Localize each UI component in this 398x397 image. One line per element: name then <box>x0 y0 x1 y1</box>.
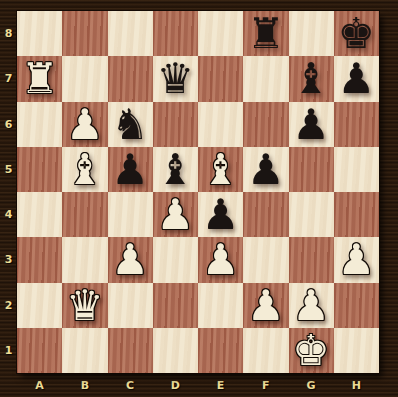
square-c1[interactable] <box>108 328 153 373</box>
file-label-h: H <box>334 373 379 397</box>
square-h7[interactable]: ♟ <box>334 56 379 101</box>
square-a7[interactable]: ♜ <box>17 56 62 101</box>
square-f2[interactable]: ♟ <box>243 283 288 328</box>
chess-board: ♜♚♜♛♝♟♟♞♟♝♟♝♝♟♟♟♟♟♟♛♟♟♚ <box>17 11 379 373</box>
square-e1[interactable] <box>198 328 243 373</box>
rank-label-4: 4 <box>0 192 17 237</box>
square-f6[interactable] <box>243 102 288 147</box>
black-pawn-f5[interactable]: ♟ <box>247 147 285 192</box>
square-h4[interactable] <box>334 192 379 237</box>
square-b7[interactable] <box>62 56 107 101</box>
black-bishop-g7[interactable]: ♝ <box>292 56 330 101</box>
square-h8[interactable]: ♚ <box>334 11 379 56</box>
file-label-f: F <box>243 373 288 397</box>
rank-label-8: 8 <box>0 11 17 56</box>
rank-label-1: 1 <box>0 328 17 373</box>
square-h2[interactable] <box>334 283 379 328</box>
black-pawn-c5[interactable]: ♟ <box>111 147 149 192</box>
white-pawn-h3[interactable]: ♟ <box>338 237 376 282</box>
square-g8[interactable] <box>289 11 334 56</box>
square-c2[interactable] <box>108 283 153 328</box>
white-pawn-d4[interactable]: ♟ <box>157 192 195 237</box>
white-bishop-b5[interactable]: ♝ <box>66 147 104 192</box>
white-pawn-b6[interactable]: ♟ <box>66 102 104 147</box>
square-f1[interactable] <box>243 328 288 373</box>
square-h5[interactable] <box>334 147 379 192</box>
square-f7[interactable] <box>243 56 288 101</box>
file-label-c: C <box>108 373 153 397</box>
white-king-g1[interactable]: ♚ <box>292 328 330 373</box>
square-b8[interactable] <box>62 11 107 56</box>
black-king-h8[interactable]: ♚ <box>338 11 376 56</box>
rank-labels: 87654321 <box>0 11 17 373</box>
square-d3[interactable] <box>153 237 198 282</box>
square-a2[interactable] <box>17 283 62 328</box>
square-g2[interactable]: ♟ <box>289 283 334 328</box>
square-a1[interactable] <box>17 328 62 373</box>
square-e2[interactable] <box>198 283 243 328</box>
square-f3[interactable] <box>243 237 288 282</box>
black-knight-c6[interactable]: ♞ <box>111 102 149 147</box>
square-e8[interactable] <box>198 11 243 56</box>
file-label-e: E <box>198 373 243 397</box>
square-a3[interactable] <box>17 237 62 282</box>
square-d1[interactable] <box>153 328 198 373</box>
white-rook-a7[interactable]: ♜ <box>21 56 59 101</box>
square-h3[interactable]: ♟ <box>334 237 379 282</box>
square-b1[interactable] <box>62 328 107 373</box>
white-pawn-f2[interactable]: ♟ <box>247 283 285 328</box>
square-c7[interactable] <box>108 56 153 101</box>
white-pawn-g2[interactable]: ♟ <box>292 283 330 328</box>
square-c3[interactable]: ♟ <box>108 237 153 282</box>
square-g1[interactable]: ♚ <box>289 328 334 373</box>
rank-label-6: 6 <box>0 102 17 147</box>
white-bishop-e5[interactable]: ♝ <box>202 147 240 192</box>
black-rook-f8[interactable]: ♜ <box>247 11 285 56</box>
square-d7[interactable]: ♛ <box>153 56 198 101</box>
square-a6[interactable] <box>17 102 62 147</box>
square-b2[interactable]: ♛ <box>62 283 107 328</box>
square-d6[interactable] <box>153 102 198 147</box>
square-a5[interactable] <box>17 147 62 192</box>
chess-board-frame: 87654321 ABCDEFGH ♜♚♜♛♝♟♟♞♟♝♟♝♝♟♟♟♟♟♟♛♟♟… <box>0 0 398 397</box>
rank-label-2: 2 <box>0 283 17 328</box>
square-e3[interactable]: ♟ <box>198 237 243 282</box>
square-g4[interactable] <box>289 192 334 237</box>
square-d4[interactable]: ♟ <box>153 192 198 237</box>
square-c4[interactable] <box>108 192 153 237</box>
square-g7[interactable]: ♝ <box>289 56 334 101</box>
square-h1[interactable] <box>334 328 379 373</box>
black-pawn-g6[interactable]: ♟ <box>292 102 330 147</box>
black-pawn-h7[interactable]: ♟ <box>338 56 376 101</box>
square-a4[interactable] <box>17 192 62 237</box>
square-e6[interactable] <box>198 102 243 147</box>
square-e5[interactable]: ♝ <box>198 147 243 192</box>
file-labels: ABCDEFGH <box>17 373 379 397</box>
square-e7[interactable] <box>198 56 243 101</box>
square-g5[interactable] <box>289 147 334 192</box>
file-label-g: G <box>289 373 334 397</box>
square-d2[interactable] <box>153 283 198 328</box>
white-pawn-e3[interactable]: ♟ <box>202 237 240 282</box>
file-label-d: D <box>153 373 198 397</box>
square-f4[interactable] <box>243 192 288 237</box>
square-g3[interactable] <box>289 237 334 282</box>
black-queen-d7[interactable]: ♛ <box>157 56 195 101</box>
rank-label-5: 5 <box>0 147 17 192</box>
white-pawn-c3[interactable]: ♟ <box>111 237 149 282</box>
rank-label-7: 7 <box>0 56 17 101</box>
file-label-b: B <box>62 373 107 397</box>
white-queen-b2[interactable]: ♛ <box>66 283 104 328</box>
square-d8[interactable] <box>153 11 198 56</box>
square-c6[interactable]: ♞ <box>108 102 153 147</box>
black-pawn-e4[interactable]: ♟ <box>202 192 240 237</box>
square-g6[interactable]: ♟ <box>289 102 334 147</box>
square-f8[interactable]: ♜ <box>243 11 288 56</box>
black-bishop-d5[interactable]: ♝ <box>157 147 195 192</box>
square-f5[interactable]: ♟ <box>243 147 288 192</box>
square-h6[interactable] <box>334 102 379 147</box>
square-b6[interactable]: ♟ <box>62 102 107 147</box>
square-b3[interactable] <box>62 237 107 282</box>
square-c8[interactable] <box>108 11 153 56</box>
square-c5[interactable]: ♟ <box>108 147 153 192</box>
square-a8[interactable] <box>17 11 62 56</box>
file-label-a: A <box>17 373 62 397</box>
square-d5[interactable]: ♝ <box>153 147 198 192</box>
rank-label-3: 3 <box>0 237 17 282</box>
square-e4[interactable]: ♟ <box>198 192 243 237</box>
square-b4[interactable] <box>62 192 107 237</box>
square-b5[interactable]: ♝ <box>62 147 107 192</box>
